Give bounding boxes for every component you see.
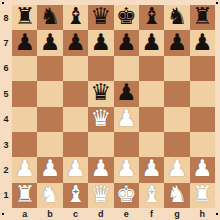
- piece-black-pawn[interactable]: ♟: [116, 81, 137, 104]
- piece-black-queen[interactable]: ♛: [91, 81, 112, 104]
- square-f1[interactable]: ♝: [139, 183, 164, 208]
- square-g1[interactable]: ♞: [164, 183, 189, 208]
- piece-black-rook[interactable]: ♜: [14, 5, 35, 28]
- square-g3[interactable]: [164, 132, 189, 157]
- file-label-b: b: [37, 208, 62, 220]
- piece-black-pawn[interactable]: ♟: [141, 31, 162, 54]
- file-label-f: f: [139, 208, 164, 220]
- square-e6[interactable]: [114, 56, 139, 81]
- square-e8[interactable]: ♚: [114, 5, 139, 30]
- square-g4[interactable]: [164, 107, 189, 132]
- corner-mark-top-right: [216, 2, 218, 4]
- square-d6[interactable]: [88, 56, 113, 81]
- square-f8[interactable]: ♝: [139, 5, 164, 30]
- square-b3[interactable]: [37, 132, 62, 157]
- piece-black-knight[interactable]: ♞: [167, 5, 188, 28]
- corner-mark-bottom-left: [2, 213, 4, 215]
- file-label-a: a: [12, 208, 37, 220]
- square-f5[interactable]: [139, 81, 164, 106]
- file-label-c: c: [63, 208, 88, 220]
- piece-white-pawn[interactable]: ♟: [192, 157, 213, 180]
- square-h3[interactable]: [190, 132, 215, 157]
- square-h8[interactable]: ♜: [190, 5, 215, 30]
- square-d4[interactable]: ♛: [88, 107, 113, 132]
- square-e7[interactable]: ♟: [114, 30, 139, 55]
- piece-black-bishop[interactable]: ♝: [141, 5, 162, 28]
- piece-white-pawn[interactable]: ♟: [14, 157, 35, 180]
- square-b6[interactable]: [37, 56, 62, 81]
- square-d3[interactable]: [88, 132, 113, 157]
- square-f6[interactable]: [139, 56, 164, 81]
- piece-white-pawn[interactable]: ♟: [116, 107, 137, 130]
- square-c7[interactable]: ♟: [63, 30, 88, 55]
- file-label-d: d: [88, 208, 113, 220]
- square-b4[interactable]: [37, 107, 62, 132]
- square-f2[interactable]: ♟: [139, 157, 164, 182]
- square-e3[interactable]: [114, 132, 139, 157]
- chess-board: ♜♞♝♛♚♝♞♜♟♟♟♟♟♟♟♟♛♟♛♟♟♟♟♟♟♟♟♟♜♞♝♛♚♝♞♜: [12, 5, 215, 208]
- square-a3[interactable]: [12, 132, 37, 157]
- corner-mark-bottom-right: [216, 213, 218, 215]
- piece-white-pawn[interactable]: ♟: [116, 157, 137, 180]
- chess-board-diagram: ♜♞♝♛♚♝♞♜♟♟♟♟♟♟♟♟♛♟♛♟♟♟♟♟♟♟♟♟♜♞♝♛♚♝♞♜ 876…: [0, 0, 220, 220]
- square-h1[interactable]: ♜: [190, 183, 215, 208]
- corner-mark-top-left: [2, 2, 4, 4]
- square-a4[interactable]: [12, 107, 37, 132]
- piece-white-pawn[interactable]: ♟: [167, 157, 188, 180]
- square-g5[interactable]: [164, 81, 189, 106]
- piece-black-pawn[interactable]: ♟: [65, 31, 86, 54]
- piece-black-pawn[interactable]: ♟: [91, 31, 112, 54]
- rank-label-3: 3: [0, 132, 12, 157]
- piece-black-pawn[interactable]: ♟: [192, 31, 213, 54]
- square-c1[interactable]: ♝: [63, 183, 88, 208]
- square-a1[interactable]: ♜: [12, 183, 37, 208]
- square-f4[interactable]: [139, 107, 164, 132]
- square-b2[interactable]: ♟: [37, 157, 62, 182]
- piece-black-pawn[interactable]: ♟: [116, 31, 137, 54]
- file-label-e: e: [114, 208, 139, 220]
- rank-label-8: 8: [0, 5, 12, 30]
- file-label-h: h: [190, 208, 215, 220]
- piece-white-bishop[interactable]: ♝: [65, 183, 86, 206]
- square-c8[interactable]: ♝: [63, 5, 88, 30]
- file-label-g: g: [164, 208, 189, 220]
- piece-white-knight[interactable]: ♞: [167, 183, 188, 206]
- square-g2[interactable]: ♟: [164, 157, 189, 182]
- rank-label-1: 1: [0, 183, 12, 208]
- square-g6[interactable]: [164, 56, 189, 81]
- piece-white-rook[interactable]: ♜: [14, 183, 35, 206]
- square-h2[interactable]: ♟: [190, 157, 215, 182]
- square-e4[interactable]: ♟: [114, 107, 139, 132]
- square-d8[interactable]: ♛: [88, 5, 113, 30]
- square-a6[interactable]: [12, 56, 37, 81]
- square-f7[interactable]: ♟: [139, 30, 164, 55]
- square-a7[interactable]: ♟: [12, 30, 37, 55]
- rank-label-2: 2: [0, 157, 12, 182]
- piece-black-pawn[interactable]: ♟: [167, 31, 188, 54]
- piece-black-pawn[interactable]: ♟: [14, 31, 35, 54]
- square-f3[interactable]: [139, 132, 164, 157]
- square-c3[interactable]: [63, 132, 88, 157]
- square-a8[interactable]: ♜: [12, 5, 37, 30]
- square-d7[interactable]: ♟: [88, 30, 113, 55]
- piece-white-queen[interactable]: ♛: [91, 107, 112, 130]
- rank-label-4: 4: [0, 107, 12, 132]
- square-d1[interactable]: ♛: [88, 183, 113, 208]
- piece-white-pawn[interactable]: ♟: [65, 157, 86, 180]
- square-c5[interactable]: [63, 81, 88, 106]
- piece-white-bishop[interactable]: ♝: [141, 183, 162, 206]
- square-e5[interactable]: ♟: [114, 81, 139, 106]
- square-a2[interactable]: ♟: [12, 157, 37, 182]
- square-d5[interactable]: ♛: [88, 81, 113, 106]
- piece-white-pawn[interactable]: ♟: [141, 157, 162, 180]
- square-a5[interactable]: [12, 81, 37, 106]
- square-e1[interactable]: ♚: [114, 183, 139, 208]
- piece-black-rook[interactable]: ♜: [192, 5, 213, 28]
- square-h4[interactable]: [190, 107, 215, 132]
- rank-label-5: 5: [0, 81, 12, 106]
- square-b8[interactable]: ♞: [37, 5, 62, 30]
- piece-white-rook[interactable]: ♜: [192, 183, 213, 206]
- square-g7[interactable]: ♟: [164, 30, 189, 55]
- piece-black-pawn[interactable]: ♟: [40, 31, 61, 54]
- piece-black-bishop[interactable]: ♝: [65, 5, 86, 28]
- piece-black-queen[interactable]: ♛: [91, 5, 112, 28]
- square-d2[interactable]: ♟: [88, 157, 113, 182]
- square-c6[interactable]: [63, 56, 88, 81]
- piece-white-knight[interactable]: ♞: [40, 183, 61, 206]
- square-h5[interactable]: [190, 81, 215, 106]
- square-h7[interactable]: ♟: [190, 30, 215, 55]
- square-b1[interactable]: ♞: [37, 183, 62, 208]
- square-c4[interactable]: [63, 107, 88, 132]
- square-b5[interactable]: [37, 81, 62, 106]
- rank-label-7: 7: [0, 30, 12, 55]
- square-h6[interactable]: [190, 56, 215, 81]
- piece-black-king[interactable]: ♚: [116, 5, 137, 28]
- piece-black-knight[interactable]: ♞: [40, 5, 61, 28]
- piece-white-king[interactable]: ♚: [116, 183, 137, 206]
- piece-white-queen[interactable]: ♛: [91, 183, 112, 206]
- square-e2[interactable]: ♟: [114, 157, 139, 182]
- rank-label-6: 6: [0, 56, 12, 81]
- square-g8[interactable]: ♞: [164, 5, 189, 30]
- square-b7[interactable]: ♟: [37, 30, 62, 55]
- square-c2[interactable]: ♟: [63, 157, 88, 182]
- piece-white-pawn[interactable]: ♟: [40, 157, 61, 180]
- piece-white-pawn[interactable]: ♟: [91, 157, 112, 180]
